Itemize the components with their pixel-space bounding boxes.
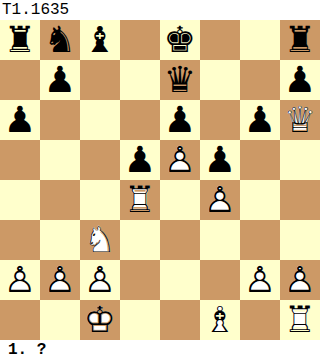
square-g8[interactable]	[240, 20, 280, 60]
piece-white-rook-fill: ♜	[280, 300, 320, 340]
square-h1[interactable]: ♜♖	[280, 300, 320, 340]
piece-black-knight: ♞	[40, 20, 80, 60]
puzzle-title: T1.1635	[0, 0, 320, 20]
piece-white-bishop: ♗	[200, 300, 240, 340]
square-c8[interactable]: ♝	[80, 20, 120, 60]
piece-black-pawn: ♟	[200, 140, 240, 180]
square-f2[interactable]	[200, 260, 240, 300]
square-d3[interactable]	[120, 220, 160, 260]
piece-white-pawn: ♙	[200, 180, 240, 220]
piece-white-rook: ♖	[120, 180, 160, 220]
piece-white-bishop-fill: ♝	[200, 300, 240, 340]
square-e7[interactable]: ♛	[160, 60, 200, 100]
square-b4[interactable]	[40, 180, 80, 220]
square-f5[interactable]: ♟	[200, 140, 240, 180]
square-f4[interactable]: ♟♙	[200, 180, 240, 220]
square-h7[interactable]: ♟	[280, 60, 320, 100]
square-a7[interactable]	[0, 60, 40, 100]
square-h2[interactable]: ♟♙	[280, 260, 320, 300]
piece-black-pawn: ♟	[0, 100, 40, 140]
square-f7[interactable]	[200, 60, 240, 100]
square-c2[interactable]: ♟♙	[80, 260, 120, 300]
piece-white-pawn: ♙	[80, 260, 120, 300]
piece-white-rook: ♖	[280, 300, 320, 340]
piece-black-pawn: ♟	[120, 140, 160, 180]
piece-white-pawn-fill: ♟	[240, 260, 280, 300]
piece-white-pawn: ♙	[240, 260, 280, 300]
piece-black-pawn: ♟	[240, 100, 280, 140]
square-c1[interactable]: ♚♔	[80, 300, 120, 340]
piece-white-pawn-fill: ♟	[80, 260, 120, 300]
piece-white-pawn-fill: ♟	[0, 260, 40, 300]
square-h4[interactable]	[280, 180, 320, 220]
square-d2[interactable]	[120, 260, 160, 300]
piece-white-rook-fill: ♜	[120, 180, 160, 220]
square-h8[interactable]: ♜	[280, 20, 320, 60]
piece-black-rook: ♜	[280, 20, 320, 60]
square-c5[interactable]	[80, 140, 120, 180]
square-d6[interactable]	[120, 100, 160, 140]
piece-white-knight: ♘	[80, 220, 120, 260]
square-h3[interactable]	[280, 220, 320, 260]
square-g5[interactable]	[240, 140, 280, 180]
square-e5[interactable]: ♟♙	[160, 140, 200, 180]
piece-white-king-fill: ♚	[80, 300, 120, 340]
chess-puzzle-app: T1.1635 ♜♞♝♚♜♟♛♟♟♟♟♛♕♟♟♙♟♜♖♟♙♞♘♟♙♟♙♟♙♟♙♟…	[0, 0, 320, 360]
piece-black-queen: ♛	[160, 60, 200, 100]
square-a5[interactable]	[0, 140, 40, 180]
square-g4[interactable]	[240, 180, 280, 220]
piece-black-king: ♚	[160, 20, 200, 60]
square-g2[interactable]: ♟♙	[240, 260, 280, 300]
move-prompt: 1. ?	[0, 340, 320, 360]
piece-white-pawn: ♙	[0, 260, 40, 300]
piece-white-queen-fill: ♛	[280, 100, 320, 140]
square-d7[interactable]	[120, 60, 160, 100]
piece-black-pawn: ♟	[280, 60, 320, 100]
square-g7[interactable]	[240, 60, 280, 100]
square-a3[interactable]	[0, 220, 40, 260]
square-d4[interactable]: ♜♖	[120, 180, 160, 220]
piece-black-bishop: ♝	[80, 20, 120, 60]
piece-white-king: ♔	[80, 300, 120, 340]
piece-white-pawn-fill: ♟	[280, 260, 320, 300]
piece-white-pawn: ♙	[40, 260, 80, 300]
square-g1[interactable]	[240, 300, 280, 340]
square-a6[interactable]: ♟	[0, 100, 40, 140]
square-f6[interactable]	[200, 100, 240, 140]
square-a8[interactable]: ♜	[0, 20, 40, 60]
square-f1[interactable]: ♝♗	[200, 300, 240, 340]
square-b5[interactable]	[40, 140, 80, 180]
square-e8[interactable]: ♚	[160, 20, 200, 60]
piece-black-pawn: ♟	[40, 60, 80, 100]
square-a1[interactable]	[0, 300, 40, 340]
square-e4[interactable]	[160, 180, 200, 220]
square-c4[interactable]	[80, 180, 120, 220]
square-e3[interactable]	[160, 220, 200, 260]
square-d5[interactable]: ♟	[120, 140, 160, 180]
square-a4[interactable]	[0, 180, 40, 220]
square-b3[interactable]	[40, 220, 80, 260]
square-b8[interactable]: ♞	[40, 20, 80, 60]
square-c3[interactable]: ♞♘	[80, 220, 120, 260]
piece-white-pawn-fill: ♟	[40, 260, 80, 300]
piece-white-pawn-fill: ♟	[160, 140, 200, 180]
square-e1[interactable]	[160, 300, 200, 340]
piece-white-pawn-fill: ♟	[200, 180, 240, 220]
square-h6[interactable]: ♛♕	[280, 100, 320, 140]
square-a2[interactable]: ♟♙	[0, 260, 40, 300]
square-h5[interactable]	[280, 140, 320, 180]
square-d1[interactable]	[120, 300, 160, 340]
chess-board: ♜♞♝♚♜♟♛♟♟♟♟♛♕♟♟♙♟♜♖♟♙♞♘♟♙♟♙♟♙♟♙♟♙♚♔♝♗♜♖	[0, 20, 320, 340]
square-e6[interactable]: ♟	[160, 100, 200, 140]
square-e2[interactable]	[160, 260, 200, 300]
square-b2[interactable]: ♟♙	[40, 260, 80, 300]
square-d8[interactable]	[120, 20, 160, 60]
piece-black-pawn: ♟	[160, 100, 200, 140]
square-c6[interactable]	[80, 100, 120, 140]
square-b1[interactable]	[40, 300, 80, 340]
piece-black-rook: ♜	[0, 20, 40, 60]
square-b6[interactable]	[40, 100, 80, 140]
square-f8[interactable]	[200, 20, 240, 60]
square-c7[interactable]	[80, 60, 120, 100]
piece-white-pawn: ♙	[280, 260, 320, 300]
piece-white-knight-fill: ♞	[80, 220, 120, 260]
piece-white-queen: ♕	[280, 100, 320, 140]
square-g6[interactable]: ♟	[240, 100, 280, 140]
square-f3[interactable]	[200, 220, 240, 260]
square-g3[interactable]	[240, 220, 280, 260]
square-b7[interactable]: ♟	[40, 60, 80, 100]
piece-white-pawn: ♙	[160, 140, 200, 180]
